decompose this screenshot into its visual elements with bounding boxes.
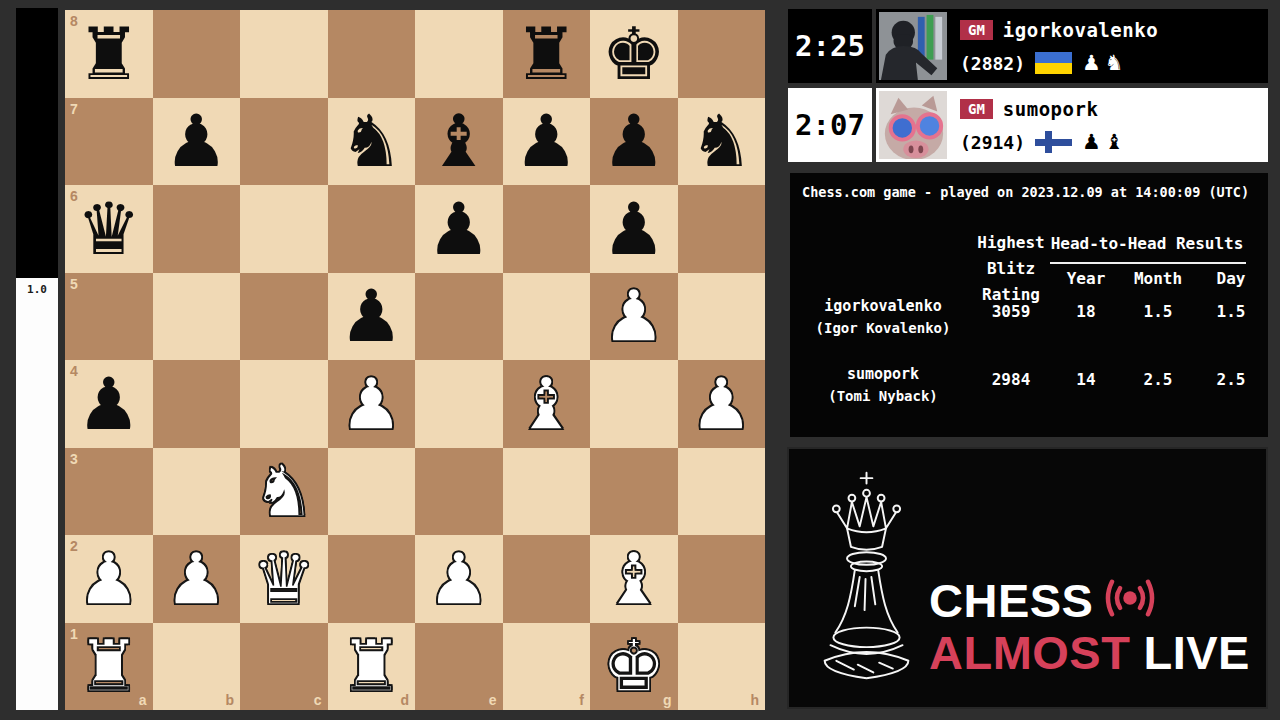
piece-black-pawn-b7[interactable]: ♟ [153, 98, 241, 186]
square-f5[interactable] [503, 273, 591, 361]
square-h4[interactable]: ♟ [678, 360, 766, 448]
piece-black-knight-d7[interactable]: ♞ [328, 98, 416, 186]
row-white-month: 2.5 [1144, 370, 1173, 389]
square-b6[interactable] [153, 185, 241, 273]
logo-live-text: LIVE [1143, 625, 1249, 680]
square-b8[interactable] [153, 10, 241, 98]
h2h-results-header: Head-to-Head Results [1051, 234, 1244, 253]
square-h6[interactable] [678, 185, 766, 273]
col-header-year: Year [1067, 269, 1106, 288]
square-f7[interactable]: ♟ [503, 98, 591, 186]
row-black-day: 1.5 [1217, 302, 1246, 321]
logo-line-almost-live: ALMOST LIVE [929, 625, 1250, 680]
piece-white-rook-d1[interactable]: ♜ [328, 623, 416, 711]
square-e4[interactable] [415, 360, 503, 448]
rank-label-7: 7 [70, 101, 78, 117]
logo-almost-text: ALMOST [929, 625, 1130, 680]
piece-white-pawn-h4[interactable]: ♟ [678, 360, 766, 448]
player-info-black: GM igorkovalenko (2882) ♟♞ [960, 16, 1158, 75]
eval-bar: 1.0 [16, 8, 58, 710]
piece-black-knight-h7[interactable]: ♞ [678, 98, 766, 186]
piece-white-bishop-g2[interactable]: ♝ [590, 535, 678, 623]
rating-column-header: Highest Blitz Rating [977, 230, 1044, 308]
row-black-month: 1.5 [1144, 302, 1173, 321]
piece-black-king-g8[interactable]: ♚ [590, 10, 678, 98]
square-b2[interactable]: ♟ [153, 535, 241, 623]
square-f3[interactable] [503, 448, 591, 536]
row-black-realname: (Igor Kovalenko) [816, 320, 951, 336]
square-g2[interactable]: ♝ [590, 535, 678, 623]
row-white-day: 2.5 [1217, 370, 1246, 389]
square-a4[interactable]: 4♟ [65, 360, 153, 448]
file-label-b: b [225, 692, 234, 708]
col-header-month: Month [1134, 269, 1182, 288]
file-label-c: c [314, 692, 322, 708]
chess-board[interactable]: 8♜♜♚7♟♞♝♟♟♞6♛♟♟5♟♟4♟♟♝♟3♞2♟♟♛♟♝1a♜bcd♜ef… [65, 10, 765, 710]
square-e5[interactable] [415, 273, 503, 361]
square-g7[interactable]: ♟ [590, 98, 678, 186]
square-h8[interactable] [678, 10, 766, 98]
square-h7[interactable]: ♞ [678, 98, 766, 186]
square-g4[interactable] [590, 360, 678, 448]
avatar-sumopork [879, 91, 947, 159]
piece-black-pawn-g6[interactable]: ♟ [590, 185, 678, 273]
row-black-year: 18 [1076, 302, 1095, 321]
col-header-day: Day [1217, 269, 1246, 288]
finland-flag-icon [1035, 131, 1072, 153]
logo-line-chess: CHESS [929, 573, 1157, 628]
square-c7[interactable] [240, 98, 328, 186]
square-a1[interactable]: 1a♜ [65, 623, 153, 711]
square-a7[interactable]: 7 [65, 98, 153, 186]
file-label-e: e [489, 692, 497, 708]
king-sketch-illustration [811, 467, 923, 687]
piece-black-rook-f8[interactable]: ♜ [503, 10, 591, 98]
row-white-username: sumopork [847, 365, 919, 383]
piece-white-rook-a1[interactable]: ♜ [65, 623, 153, 711]
square-c6[interactable] [240, 185, 328, 273]
piece-black-bishop-e7[interactable]: ♝ [415, 98, 503, 186]
square-b7[interactable]: ♟ [153, 98, 241, 186]
square-d7[interactable]: ♞ [328, 98, 416, 186]
square-f2[interactable] [503, 535, 591, 623]
row-black-highest-rating: 3059 [992, 302, 1031, 321]
square-b5[interactable] [153, 273, 241, 361]
ukraine-flag-icon [1035, 52, 1072, 74]
stream-frame: 1.0 8♜♜♚7♟♞♝♟♟♞6♛♟♟5♟♟4♟♟♝♟3♞2♟♟♛♟♝1a♜bc… [0, 0, 1280, 720]
game-info-title: Chess.com game - played on 2023.12.09 at… [802, 184, 1249, 200]
piece-white-pawn-g5[interactable]: ♟ [590, 273, 678, 361]
file-label-f: f [579, 692, 584, 708]
square-b4[interactable] [153, 360, 241, 448]
square-g5[interactable]: ♟ [590, 273, 678, 361]
rank-label-5: 5 [70, 276, 78, 292]
player-rating-white: (2914) [960, 132, 1025, 153]
piece-white-pawn-a2[interactable]: ♟ [65, 535, 153, 623]
piece-black-pawn-g7[interactable]: ♟ [590, 98, 678, 186]
piece-white-queen-c2[interactable]: ♛ [240, 535, 328, 623]
player-panel-black: GM igorkovalenko (2882) ♟♞ [876, 9, 1268, 83]
avatar-igorkovalenko [879, 12, 947, 80]
row-white-highest-rating: 2984 [992, 370, 1031, 389]
square-e7[interactable]: ♝ [415, 98, 503, 186]
square-c5[interactable] [240, 273, 328, 361]
square-d4[interactable]: ♟ [328, 360, 416, 448]
square-f4[interactable]: ♝ [503, 360, 591, 448]
square-h1[interactable]: h [678, 623, 766, 711]
row-white-year: 14 [1076, 370, 1095, 389]
square-g6[interactable]: ♟ [590, 185, 678, 273]
square-g8[interactable]: ♚ [590, 10, 678, 98]
square-e2[interactable]: ♟ [415, 535, 503, 623]
piece-black-pawn-a4[interactable]: ♟ [65, 360, 153, 448]
title-badge-black: GM [960, 20, 993, 40]
rank-label-3: 3 [70, 451, 78, 467]
file-label-h: h [750, 692, 759, 708]
logo-panel: CHESS ALMOST LIVE [787, 447, 1268, 709]
piece-white-pawn-b2[interactable]: ♟ [153, 535, 241, 623]
square-c8[interactable] [240, 10, 328, 98]
player-panel-white: GM sumopork (2914) ♟♝ [876, 88, 1268, 162]
player-name-white: sumopork [1003, 98, 1099, 120]
square-a3[interactable]: 3 [65, 448, 153, 536]
square-d8[interactable] [328, 10, 416, 98]
square-h3[interactable] [678, 448, 766, 536]
square-d6[interactable] [328, 185, 416, 273]
square-f6[interactable] [503, 185, 591, 273]
square-d2[interactable] [328, 535, 416, 623]
square-a6[interactable]: 6♛ [65, 185, 153, 273]
piece-black-rook-a8[interactable]: ♜ [65, 10, 153, 98]
piece-black-queen-a6[interactable]: ♛ [65, 185, 153, 273]
piece-white-king-g1[interactable]: ♚ [590, 623, 678, 711]
square-c3[interactable]: ♞ [240, 448, 328, 536]
game-info-panel: Chess.com game - played on 2023.12.09 at… [790, 173, 1268, 437]
square-e6[interactable]: ♟ [415, 185, 503, 273]
eval-bar-white-fill: 1.0 [16, 278, 58, 710]
logo-chess-text: CHESS [929, 573, 1093, 628]
row-black-username: igorkovalenko [824, 297, 941, 315]
square-g3[interactable] [590, 448, 678, 536]
piece-white-knight-c3[interactable]: ♞ [240, 448, 328, 536]
piece-white-pawn-e2[interactable]: ♟ [415, 535, 503, 623]
player-rating-black: (2882) [960, 53, 1025, 74]
captured-pieces-by-black: ♟♞ [1082, 53, 1128, 74]
piece-black-pawn-d5[interactable]: ♟ [328, 273, 416, 361]
square-b1[interactable]: b [153, 623, 241, 711]
square-g1[interactable]: g♚ [590, 623, 678, 711]
clock-white-time: 2:07 [795, 108, 865, 142]
broadcast-icon [1103, 577, 1157, 619]
square-f1[interactable]: f [503, 623, 591, 711]
square-d3[interactable] [328, 448, 416, 536]
square-f8[interactable]: ♜ [503, 10, 591, 98]
square-e3[interactable] [415, 448, 503, 536]
clock-white: 2:07 [788, 88, 872, 162]
square-c2[interactable]: ♛ [240, 535, 328, 623]
piece-black-pawn-f7[interactable]: ♟ [503, 98, 591, 186]
clock-black: 2:25 [788, 9, 872, 83]
piece-white-bishop-f4[interactable]: ♝ [503, 360, 591, 448]
piece-black-pawn-e6[interactable]: ♟ [415, 185, 503, 273]
eval-score: 1.0 [16, 283, 58, 296]
square-h2[interactable] [678, 535, 766, 623]
clock-black-time: 2:25 [795, 29, 865, 63]
square-b3[interactable] [153, 448, 241, 536]
title-badge-white: GM [960, 99, 993, 119]
square-e1[interactable]: e [415, 623, 503, 711]
captured-pieces-by-white: ♟♝ [1082, 132, 1128, 153]
square-a2[interactable]: 2♟ [65, 535, 153, 623]
piece-white-pawn-d4[interactable]: ♟ [328, 360, 416, 448]
h2h-underline [1050, 262, 1246, 264]
square-e8[interactable] [415, 10, 503, 98]
row-white-realname: (Tomi Nyback) [828, 388, 938, 404]
square-a8[interactable]: 8♜ [65, 10, 153, 98]
square-c1[interactable]: c [240, 623, 328, 711]
player-info-white: GM sumopork (2914) ♟♝ [960, 95, 1128, 154]
square-a5[interactable]: 5 [65, 273, 153, 361]
square-d1[interactable]: d♜ [328, 623, 416, 711]
square-h5[interactable] [678, 273, 766, 361]
player-name-black: igorkovalenko [1003, 19, 1158, 41]
square-c4[interactable] [240, 360, 328, 448]
square-d5[interactable]: ♟ [328, 273, 416, 361]
